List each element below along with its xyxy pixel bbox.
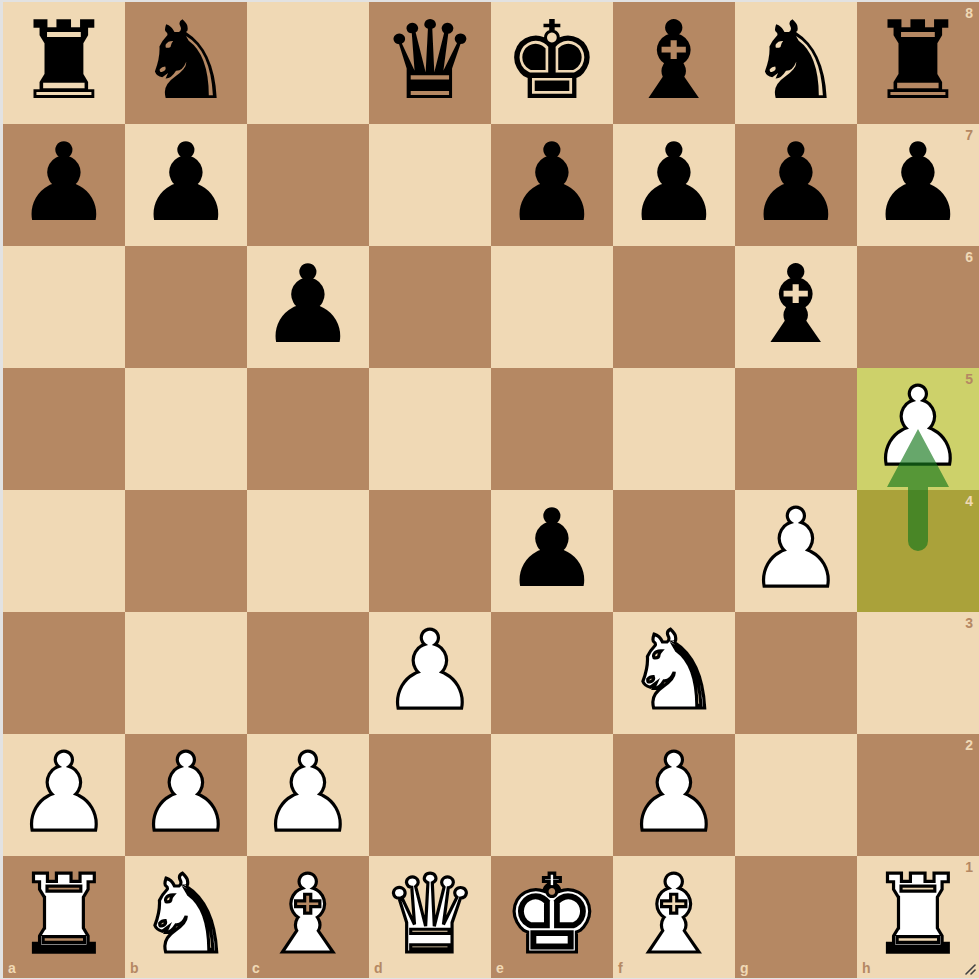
square-f3[interactable]: ♞ (613, 612, 735, 734)
piece-black-pawn[interactable]: ♟ (138, 129, 235, 237)
piece-black-rook[interactable]: ♜ (16, 7, 113, 115)
piece-white-knight[interactable]: ♞ (138, 861, 235, 969)
square-b5[interactable] (125, 368, 247, 490)
coord-rank-4: 4 (965, 494, 973, 508)
square-b8[interactable]: ♞ (125, 2, 247, 124)
coord-rank-7: 7 (965, 128, 973, 142)
square-e7[interactable]: ♟ (491, 124, 613, 246)
coord-file-e: e (496, 961, 504, 975)
square-e4[interactable]: ♟ (491, 490, 613, 612)
square-g5[interactable] (735, 368, 857, 490)
square-a3[interactable] (3, 612, 125, 734)
coord-rank-3: 3 (965, 616, 973, 630)
square-h4[interactable]: 4 (857, 490, 979, 612)
piece-black-pawn[interactable]: ♟ (16, 129, 113, 237)
coord-file-c: c (252, 961, 260, 975)
chess-board: ♜♞♛♚♝♞♜8♟♟♟♟♟♟7♟♝6♟5♟♟4♟♞3♟♟♟♟2♜a♞b♝c♛d♚… (3, 2, 979, 978)
coord-rank-8: 8 (965, 6, 973, 20)
square-e6[interactable] (491, 246, 613, 368)
square-f1[interactable]: ♝f (613, 856, 735, 978)
square-d6[interactable] (369, 246, 491, 368)
piece-white-rook[interactable]: ♜ (16, 861, 113, 969)
square-c5[interactable] (247, 368, 369, 490)
piece-white-bishop[interactable]: ♝ (626, 861, 723, 969)
square-h5[interactable]: ♟5 (857, 368, 979, 490)
piece-black-pawn[interactable]: ♟ (626, 129, 723, 237)
square-a5[interactable] (3, 368, 125, 490)
square-g6[interactable]: ♝ (735, 246, 857, 368)
piece-black-queen[interactable]: ♛ (382, 7, 479, 115)
square-d4[interactable] (369, 490, 491, 612)
piece-black-bishop[interactable]: ♝ (626, 7, 723, 115)
square-c8[interactable] (247, 2, 369, 124)
coord-rank-5: 5 (965, 372, 973, 386)
piece-white-pawn[interactable]: ♟ (382, 617, 479, 725)
square-f5[interactable] (613, 368, 735, 490)
square-d8[interactable]: ♛ (369, 2, 491, 124)
coord-file-b: b (130, 961, 139, 975)
piece-white-pawn[interactable]: ♟ (870, 373, 967, 481)
square-h2[interactable]: 2 (857, 734, 979, 856)
square-b6[interactable] (125, 246, 247, 368)
square-h1[interactable]: ♜1h (857, 856, 979, 978)
piece-white-bishop[interactable]: ♝ (260, 861, 357, 969)
square-e5[interactable] (491, 368, 613, 490)
square-e2[interactable] (491, 734, 613, 856)
resize-handle-icon[interactable] (962, 961, 978, 977)
square-f2[interactable]: ♟ (613, 734, 735, 856)
square-b2[interactable]: ♟ (125, 734, 247, 856)
piece-black-pawn[interactable]: ♟ (260, 251, 357, 359)
piece-white-pawn[interactable]: ♟ (16, 739, 113, 847)
square-a7[interactable]: ♟ (3, 124, 125, 246)
coord-rank-2: 2 (965, 738, 973, 752)
square-g3[interactable] (735, 612, 857, 734)
square-c4[interactable] (247, 490, 369, 612)
coord-file-a: a (8, 961, 16, 975)
coord-file-f: f (618, 961, 623, 975)
square-d3[interactable]: ♟ (369, 612, 491, 734)
square-g7[interactable]: ♟ (735, 124, 857, 246)
piece-black-rook[interactable]: ♜ (870, 7, 967, 115)
piece-black-pawn[interactable]: ♟ (748, 129, 845, 237)
square-e1[interactable]: ♚e (491, 856, 613, 978)
coord-rank-1: 1 (965, 860, 973, 874)
square-d1[interactable]: ♛d (369, 856, 491, 978)
square-h8[interactable]: ♜8 (857, 2, 979, 124)
piece-black-knight[interactable]: ♞ (138, 7, 235, 115)
square-f7[interactable]: ♟ (613, 124, 735, 246)
square-g2[interactable] (735, 734, 857, 856)
square-e8[interactable]: ♚ (491, 2, 613, 124)
piece-white-pawn[interactable]: ♟ (260, 739, 357, 847)
square-c3[interactable] (247, 612, 369, 734)
piece-black-pawn[interactable]: ♟ (504, 495, 601, 603)
coord-file-g: g (740, 961, 749, 975)
square-c2[interactable]: ♟ (247, 734, 369, 856)
square-h6[interactable]: 6 (857, 246, 979, 368)
coord-file-d: d (374, 961, 383, 975)
square-a6[interactable] (3, 246, 125, 368)
square-h7[interactable]: ♟7 (857, 124, 979, 246)
square-a8[interactable]: ♜ (3, 2, 125, 124)
square-e3[interactable] (491, 612, 613, 734)
piece-black-bishop[interactable]: ♝ (748, 251, 845, 359)
piece-black-king[interactable]: ♚ (504, 7, 601, 115)
square-d7[interactable] (369, 124, 491, 246)
piece-white-rook[interactable]: ♜ (870, 861, 967, 969)
square-f6[interactable] (613, 246, 735, 368)
piece-white-king[interactable]: ♚ (504, 861, 601, 969)
square-c6[interactable]: ♟ (247, 246, 369, 368)
coord-rank-6: 6 (965, 250, 973, 264)
square-f4[interactable] (613, 490, 735, 612)
piece-white-pawn[interactable]: ♟ (748, 495, 845, 603)
piece-white-knight[interactable]: ♞ (626, 617, 723, 725)
square-d5[interactable] (369, 368, 491, 490)
square-b3[interactable] (125, 612, 247, 734)
square-f8[interactable]: ♝ (613, 2, 735, 124)
coord-file-h: h (862, 961, 871, 975)
square-b4[interactable] (125, 490, 247, 612)
square-c1[interactable]: ♝c (247, 856, 369, 978)
piece-white-queen[interactable]: ♛ (382, 861, 479, 969)
square-b1[interactable]: ♞b (125, 856, 247, 978)
piece-black-knight[interactable]: ♞ (748, 7, 845, 115)
square-c7[interactable] (247, 124, 369, 246)
square-a4[interactable] (3, 490, 125, 612)
square-h3[interactable]: 3 (857, 612, 979, 734)
piece-white-pawn[interactable]: ♟ (626, 739, 723, 847)
piece-black-pawn[interactable]: ♟ (504, 129, 601, 237)
piece-black-pawn[interactable]: ♟ (870, 129, 967, 237)
square-g4[interactable]: ♟ (735, 490, 857, 612)
square-a1[interactable]: ♜a (3, 856, 125, 978)
piece-white-pawn[interactable]: ♟ (138, 739, 235, 847)
square-d2[interactable] (369, 734, 491, 856)
square-g8[interactable]: ♞ (735, 2, 857, 124)
chess-board-page: ♜♞♛♚♝♞♜8♟♟♟♟♟♟7♟♝6♟5♟♟4♟♞3♟♟♟♟2♜a♞b♝c♛d♚… (0, 0, 979, 979)
square-a2[interactable]: ♟ (3, 734, 125, 856)
square-g1[interactable]: g (735, 856, 857, 978)
square-b7[interactable]: ♟ (125, 124, 247, 246)
